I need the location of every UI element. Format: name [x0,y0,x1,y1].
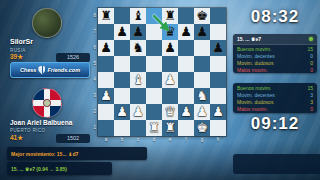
white-pawn-g2: ♟ [194,104,210,120]
black-pawn-c7: ♟ [130,24,146,40]
bottom-player-clock: 09:12 [232,114,318,134]
bottom-player-name: Joan Ariel Balbuena [10,119,98,126]
square-b1[interactable] [114,120,130,136]
square-c6[interactable]: ♞ [130,40,146,56]
square-g4[interactable] [194,72,210,88]
square-f4[interactable] [178,72,194,88]
board: ♜♝♜♚♟♟♛♟♟♟♞♟♟♝♟♟♞♟♟♛♟♟♟♜♜♚ [98,8,226,136]
file-labels: abcdefgh [98,137,226,142]
rank-label-6: 6 [89,40,96,56]
square-d2[interactable] [146,104,162,120]
top-player-stats-panel: 15. ... ♛e7 Buenos movim. 15 Movim. dece… [233,34,317,73]
last-move-text: 15. ... ♛e7 [237,36,261,42]
white-pawn-c2: ♟ [130,104,146,120]
top-player-rating: 1526 [56,53,90,62]
square-b4[interactable] [114,72,130,88]
bottom-player-country: PUERTO RICO [10,128,46,133]
square-e4[interactable]: ♟ [162,72,178,88]
stat-row-dubious: Movim. dudosos 0 [233,59,317,66]
stat-row-decent: Movim. decentes 3 [233,91,317,98]
black-pawn-g7: ♟ [194,24,210,40]
square-e3[interactable] [162,88,178,104]
square-b2[interactable]: ♟ [114,104,130,120]
square-f2[interactable]: ♟ [178,104,194,120]
black-pawn-b7: ♟ [114,24,130,40]
file-label-a: a [98,137,114,142]
stat-row-bad: Malos movim. 0 [233,105,317,112]
square-c7[interactable]: ♟ [130,24,146,40]
white-pawn-h2: ♟ [210,104,226,120]
white-knight-g3: ♞ [194,88,210,104]
square-d4[interactable] [146,72,162,88]
square-f3[interactable] [178,88,194,104]
black-rook-e8: ♜ [162,8,178,24]
top-player-stars: 39★ [10,53,23,61]
white-pawn-f2: ♟ [178,104,194,120]
white-pawn-a3: ♟ [98,88,114,104]
file-label-b: b [114,137,130,142]
black-pawn-a6: ♟ [98,40,114,56]
avatar-bottom-player[interactable] [32,88,62,118]
white-queen-e2: ♛ [162,104,178,120]
square-a3[interactable]: ♟ [98,88,114,104]
square-e7[interactable]: ♛ [162,24,178,40]
square-f8[interactable] [178,8,194,24]
square-a5[interactable] [98,56,114,72]
square-g7[interactable]: ♟ [194,24,210,40]
square-g6[interactable] [194,40,210,56]
move-quality-dot [309,37,313,41]
rank-label-7: 7 [89,24,96,40]
square-b3[interactable] [114,88,130,104]
square-b6[interactable] [114,40,130,56]
square-d6[interactable] [146,40,162,56]
logo-text-left: Chess [20,67,37,73]
file-label-c: c [130,137,146,142]
rank-label-5: 5 [89,56,96,72]
avatar-top-player[interactable] [32,8,62,38]
square-f5[interactable] [178,56,194,72]
square-g8[interactable]: ♚ [194,8,210,24]
square-b8[interactable] [114,8,130,24]
square-f6[interactable] [178,40,194,56]
chessfriends-logo[interactable]: Chess Friends.com [10,62,90,78]
square-d7[interactable] [146,24,162,40]
white-pawn-e4: ♟ [162,72,178,88]
square-g2[interactable]: ♟ [194,104,210,120]
square-a6[interactable]: ♟ [98,40,114,56]
rank-label-4: 4 [89,72,96,88]
square-e5[interactable] [162,56,178,72]
square-h8[interactable] [210,8,226,24]
white-rook-d1: ♜ [146,120,162,136]
black-queen-e7: ♛ [162,24,178,40]
top-player-name: SilorSr [10,38,98,45]
square-h1[interactable] [210,120,226,136]
stat-row-bad: Malos movim. 0 [233,66,317,73]
best-move-suggestion: Mejor movimiento: 15... ♝d7 [7,147,147,160]
square-h3[interactable] [210,88,226,104]
square-a2[interactable] [98,104,114,120]
square-h6[interactable]: ♟ [210,40,226,56]
white-bishop-c4: ♝ [130,72,146,88]
rank-label-3: 3 [89,88,96,104]
square-a7[interactable] [98,24,114,40]
square-g5[interactable] [194,56,210,72]
rank-label-1: 1 [89,120,96,136]
square-d8[interactable] [146,8,162,24]
square-d3[interactable] [146,88,162,104]
file-label-g: g [194,137,210,142]
square-f1[interactable] [178,120,194,136]
file-label-h: h [210,137,226,142]
square-g3[interactable]: ♞ [194,88,210,104]
panel-bottom-right [233,154,320,174]
rank-label-8: 8 [89,8,96,24]
stat-row-dubious: Movim. dudosos 3 [233,98,317,105]
square-e2[interactable]: ♛ [162,104,178,120]
black-pawn-e6: ♟ [162,40,178,56]
square-h2[interactable]: ♟ [210,104,226,120]
square-a1[interactable] [98,120,114,136]
white-rook-e1: ♜ [162,120,178,136]
square-h4[interactable] [210,72,226,88]
top-player-clock: 08:32 [232,7,318,27]
square-h7[interactable] [210,24,226,40]
square-e6[interactable]: ♟ [162,40,178,56]
square-d1[interactable]: ♜ [146,120,162,136]
bottom-player-rating: 1502 [56,134,90,143]
square-e1[interactable]: ♜ [162,120,178,136]
file-label-e: e [162,137,178,142]
played-move-eval: 15. ... ♛e7 (0.94 → 3.85) [7,162,112,175]
square-g1[interactable]: ♚ [194,120,210,136]
black-pawn-h6: ♟ [210,40,226,56]
square-b7[interactable]: ♟ [114,24,130,40]
square-f7[interactable]: ♟ [178,24,194,40]
square-e8[interactable]: ♜ [162,8,178,24]
stat-row-decent: Movim. decentes 0 [233,52,317,59]
square-h5[interactable] [210,56,226,72]
bottom-player-stats-panel: Buenos movim. 15 Movim. decentes 3 Movim… [233,83,317,113]
black-pawn-f7: ♟ [178,24,194,40]
chessfriends-analysis-screen: SilorSr RUSIA 39★ 1526 Chess Friends.com… [0,0,320,180]
square-c1[interactable] [130,120,146,136]
square-c4[interactable]: ♝ [130,72,146,88]
stat-row-good: Buenos movim. 15 [233,45,317,52]
stat-row-good: Buenos movim. 15 [233,84,317,91]
black-bishop-c8: ♝ [130,8,146,24]
white-pawn-b2: ♟ [114,104,130,120]
white-king-g1: ♚ [194,120,210,136]
square-c8[interactable]: ♝ [130,8,146,24]
square-b5[interactable] [114,56,130,72]
top-player-country: RUSIA [10,48,26,53]
square-c3[interactable] [130,88,146,104]
flag-emblem [43,99,50,106]
square-c5[interactable] [130,56,146,72]
square-a8[interactable]: ♜ [98,8,114,24]
last-move-header: 15. ... ♛e7 [233,34,317,45]
rank-label-2: 2 [89,104,96,120]
square-a4[interactable] [98,72,114,88]
black-knight-c6: ♞ [130,40,146,56]
black-rook-a8: ♜ [98,8,114,24]
bottom-player-stars: 41★ [10,134,23,142]
rank-labels: 87654321 [89,8,96,136]
black-king-g8: ♚ [194,8,210,24]
file-label-f: f [178,137,194,142]
chessfriends-shield-icon [38,66,45,75]
logo-text-right: Friends.com [47,67,80,73]
square-c2[interactable]: ♟ [130,104,146,120]
file-label-d: d [146,137,162,142]
square-d5[interactable] [146,56,162,72]
